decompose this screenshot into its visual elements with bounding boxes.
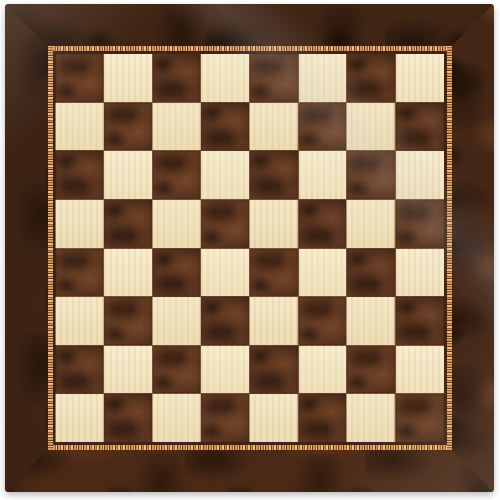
square-r8c7[interactable] — [347, 394, 395, 442]
inlay-stripe-bottom — [48, 445, 452, 450]
inner-trim — [53, 51, 447, 445]
square-r6c6[interactable] — [299, 297, 347, 345]
square-r8c6[interactable] — [299, 394, 347, 442]
square-r6c4[interactable] — [201, 297, 249, 345]
square-r8c2[interactable] — [104, 394, 152, 442]
square-r6c8[interactable] — [396, 297, 444, 345]
square-r2c6[interactable] — [299, 103, 347, 151]
square-r1c6[interactable] — [299, 54, 347, 102]
square-r2c2[interactable] — [104, 103, 152, 151]
square-r6c1[interactable] — [56, 297, 104, 345]
square-r8c4[interactable] — [201, 394, 249, 442]
square-r5c7[interactable] — [347, 249, 395, 297]
square-r3c4[interactable] — [201, 151, 249, 199]
square-r1c3[interactable] — [153, 54, 201, 102]
square-r3c2[interactable] — [104, 151, 152, 199]
board-grid — [56, 54, 444, 442]
square-r5c5[interactable] — [250, 249, 298, 297]
square-r6c7[interactable] — [347, 297, 395, 345]
square-r7c7[interactable] — [347, 346, 395, 394]
square-r3c6[interactable] — [299, 151, 347, 199]
square-r5c4[interactable] — [201, 249, 249, 297]
square-r4c2[interactable] — [104, 200, 152, 248]
square-r2c8[interactable] — [396, 103, 444, 151]
square-r7c5[interactable] — [250, 346, 298, 394]
square-r4c5[interactable] — [250, 200, 298, 248]
square-r8c1[interactable] — [56, 394, 104, 442]
square-r8c3[interactable] — [153, 394, 201, 442]
square-r3c8[interactable] — [396, 151, 444, 199]
square-r7c2[interactable] — [104, 346, 152, 394]
square-r1c1[interactable] — [56, 54, 104, 102]
square-r2c3[interactable] — [153, 103, 201, 151]
square-r6c2[interactable] — [104, 297, 152, 345]
square-r1c2[interactable] — [104, 54, 152, 102]
square-r3c5[interactable] — [250, 151, 298, 199]
square-r1c4[interactable] — [201, 54, 249, 102]
square-r2c4[interactable] — [201, 103, 249, 151]
square-r4c3[interactable] — [153, 200, 201, 248]
square-r5c8[interactable] — [396, 249, 444, 297]
square-r3c3[interactable] — [153, 151, 201, 199]
square-r5c6[interactable] — [299, 249, 347, 297]
square-r7c1[interactable] — [56, 346, 104, 394]
square-r5c1[interactable] — [56, 249, 104, 297]
square-r3c7[interactable] — [347, 151, 395, 199]
square-r2c7[interactable] — [347, 103, 395, 151]
square-r3c1[interactable] — [56, 151, 104, 199]
square-r6c3[interactable] — [153, 297, 201, 345]
square-r6c5[interactable] — [250, 297, 298, 345]
square-r1c5[interactable] — [250, 54, 298, 102]
square-r8c8[interactable] — [396, 394, 444, 442]
inlay-stripe-right — [447, 46, 452, 450]
square-r1c7[interactable] — [347, 54, 395, 102]
square-r4c1[interactable] — [56, 200, 104, 248]
square-r5c2[interactable] — [104, 249, 152, 297]
chess-board — [5, 4, 494, 492]
square-r7c4[interactable] — [201, 346, 249, 394]
square-r7c6[interactable] — [299, 346, 347, 394]
square-r7c3[interactable] — [153, 346, 201, 394]
square-r2c1[interactable] — [56, 103, 104, 151]
square-r4c6[interactable] — [299, 200, 347, 248]
inlay-border — [48, 46, 452, 450]
square-r4c8[interactable] — [396, 200, 444, 248]
square-r1c8[interactable] — [396, 54, 444, 102]
square-r4c4[interactable] — [201, 200, 249, 248]
square-r8c5[interactable] — [250, 394, 298, 442]
square-r5c3[interactable] — [153, 249, 201, 297]
square-r4c7[interactable] — [347, 200, 395, 248]
square-r2c5[interactable] — [250, 103, 298, 151]
square-r7c8[interactable] — [396, 346, 444, 394]
photo-background — [0, 0, 500, 500]
